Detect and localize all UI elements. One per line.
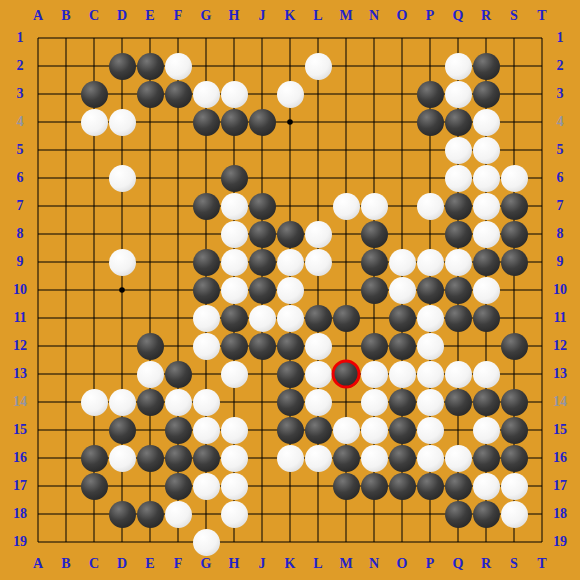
intersection-B18[interactable]	[52, 500, 80, 528]
intersection-F1[interactable]	[164, 24, 192, 52]
intersection-G9[interactable]	[192, 248, 220, 276]
intersection-R2[interactable]	[472, 52, 500, 80]
intersection-E2[interactable]	[136, 52, 164, 80]
intersection-N2[interactable]	[360, 52, 388, 80]
intersection-D5[interactable]	[108, 136, 136, 164]
intersection-K11[interactable]	[276, 304, 304, 332]
intersection-N6[interactable]	[360, 164, 388, 192]
intersection-G5[interactable]	[192, 136, 220, 164]
intersection-B6[interactable]	[52, 164, 80, 192]
intersection-E19[interactable]	[136, 528, 164, 556]
intersection-H5[interactable]	[220, 136, 248, 164]
intersection-A12[interactable]	[24, 332, 52, 360]
intersection-P9[interactable]	[416, 248, 444, 276]
intersection-M9[interactable]	[332, 248, 360, 276]
intersection-H2[interactable]	[220, 52, 248, 80]
intersection-H10[interactable]	[220, 276, 248, 304]
intersection-L8[interactable]	[304, 220, 332, 248]
intersection-H11[interactable]	[220, 304, 248, 332]
intersection-O17[interactable]	[388, 472, 416, 500]
intersection-M5[interactable]	[332, 136, 360, 164]
intersection-D2[interactable]	[108, 52, 136, 80]
intersection-A3[interactable]	[24, 80, 52, 108]
intersection-E16[interactable]	[136, 444, 164, 472]
intersection-F12[interactable]	[164, 332, 192, 360]
intersection-P4[interactable]	[416, 108, 444, 136]
intersection-G7[interactable]	[192, 192, 220, 220]
intersection-L5[interactable]	[304, 136, 332, 164]
intersection-L4[interactable]	[304, 108, 332, 136]
intersection-G17[interactable]	[192, 472, 220, 500]
intersection-J7[interactable]	[248, 192, 276, 220]
intersection-N16[interactable]	[360, 444, 388, 472]
intersection-T14[interactable]	[528, 388, 556, 416]
intersection-M3[interactable]	[332, 80, 360, 108]
intersection-K5[interactable]	[276, 136, 304, 164]
intersection-P18[interactable]	[416, 500, 444, 528]
intersection-S10[interactable]	[500, 276, 528, 304]
intersection-P16[interactable]	[416, 444, 444, 472]
intersection-O3[interactable]	[388, 80, 416, 108]
intersection-F17[interactable]	[164, 472, 192, 500]
intersection-F10[interactable]	[164, 276, 192, 304]
intersection-B10[interactable]	[52, 276, 80, 304]
intersection-R3[interactable]	[472, 80, 500, 108]
intersection-M13[interactable]	[332, 360, 360, 388]
intersection-K15[interactable]	[276, 416, 304, 444]
intersection-C18[interactable]	[80, 500, 108, 528]
intersection-B9[interactable]	[52, 248, 80, 276]
intersection-P6[interactable]	[416, 164, 444, 192]
intersection-B11[interactable]	[52, 304, 80, 332]
intersection-L1[interactable]	[304, 24, 332, 52]
intersection-J2[interactable]	[248, 52, 276, 80]
intersection-H18[interactable]	[220, 500, 248, 528]
intersection-B1[interactable]	[52, 24, 80, 52]
intersection-H14[interactable]	[220, 388, 248, 416]
intersection-N10[interactable]	[360, 276, 388, 304]
intersection-P15[interactable]	[416, 416, 444, 444]
intersection-S6[interactable]	[500, 164, 528, 192]
intersection-C3[interactable]	[80, 80, 108, 108]
intersection-T11[interactable]	[528, 304, 556, 332]
intersection-C14[interactable]	[80, 388, 108, 416]
intersection-R4[interactable]	[472, 108, 500, 136]
intersection-E7[interactable]	[136, 192, 164, 220]
intersection-S16[interactable]	[500, 444, 528, 472]
intersection-S8[interactable]	[500, 220, 528, 248]
intersection-R8[interactable]	[472, 220, 500, 248]
intersection-F6[interactable]	[164, 164, 192, 192]
intersection-S13[interactable]	[500, 360, 528, 388]
intersection-M1[interactable]	[332, 24, 360, 52]
intersection-D14[interactable]	[108, 388, 136, 416]
intersection-G19[interactable]	[192, 528, 220, 556]
intersection-F7[interactable]	[164, 192, 192, 220]
intersection-M10[interactable]	[332, 276, 360, 304]
intersection-K6[interactable]	[276, 164, 304, 192]
intersection-H19[interactable]	[220, 528, 248, 556]
intersection-D12[interactable]	[108, 332, 136, 360]
intersection-G4[interactable]	[192, 108, 220, 136]
intersection-D6[interactable]	[108, 164, 136, 192]
intersection-S5[interactable]	[500, 136, 528, 164]
intersection-M19[interactable]	[332, 528, 360, 556]
intersection-A18[interactable]	[24, 500, 52, 528]
intersection-K4[interactable]	[276, 108, 304, 136]
intersection-Q1[interactable]	[444, 24, 472, 52]
intersection-L9[interactable]	[304, 248, 332, 276]
intersection-B13[interactable]	[52, 360, 80, 388]
intersection-D7[interactable]	[108, 192, 136, 220]
intersection-J18[interactable]	[248, 500, 276, 528]
intersection-K2[interactable]	[276, 52, 304, 80]
intersection-R12[interactable]	[472, 332, 500, 360]
intersection-C4[interactable]	[80, 108, 108, 136]
intersection-A5[interactable]	[24, 136, 52, 164]
intersection-N7[interactable]	[360, 192, 388, 220]
intersection-C1[interactable]	[80, 24, 108, 52]
intersection-B2[interactable]	[52, 52, 80, 80]
intersection-P5[interactable]	[416, 136, 444, 164]
intersection-E5[interactable]	[136, 136, 164, 164]
intersection-Q5[interactable]	[444, 136, 472, 164]
intersection-P11[interactable]	[416, 304, 444, 332]
intersection-H9[interactable]	[220, 248, 248, 276]
intersection-R15[interactable]	[472, 416, 500, 444]
intersection-O15[interactable]	[388, 416, 416, 444]
intersection-C12[interactable]	[80, 332, 108, 360]
intersection-J16[interactable]	[248, 444, 276, 472]
intersection-F9[interactable]	[164, 248, 192, 276]
intersection-P3[interactable]	[416, 80, 444, 108]
intersection-R5[interactable]	[472, 136, 500, 164]
intersection-C5[interactable]	[80, 136, 108, 164]
intersection-H3[interactable]	[220, 80, 248, 108]
intersection-S17[interactable]	[500, 472, 528, 500]
intersection-G10[interactable]	[192, 276, 220, 304]
intersection-Q12[interactable]	[444, 332, 472, 360]
intersection-A7[interactable]	[24, 192, 52, 220]
intersection-R10[interactable]	[472, 276, 500, 304]
intersection-A2[interactable]	[24, 52, 52, 80]
intersection-S7[interactable]	[500, 192, 528, 220]
intersection-S15[interactable]	[500, 416, 528, 444]
intersection-S3[interactable]	[500, 80, 528, 108]
intersection-R6[interactable]	[472, 164, 500, 192]
intersection-P7[interactable]	[416, 192, 444, 220]
intersection-T18[interactable]	[528, 500, 556, 528]
intersection-T7[interactable]	[528, 192, 556, 220]
intersection-G15[interactable]	[192, 416, 220, 444]
intersection-A19[interactable]	[24, 528, 52, 556]
intersection-L6[interactable]	[304, 164, 332, 192]
intersection-M2[interactable]	[332, 52, 360, 80]
intersection-K13[interactable]	[276, 360, 304, 388]
intersection-N13[interactable]	[360, 360, 388, 388]
intersection-D19[interactable]	[108, 528, 136, 556]
intersection-G16[interactable]	[192, 444, 220, 472]
intersection-K9[interactable]	[276, 248, 304, 276]
intersection-E18[interactable]	[136, 500, 164, 528]
intersection-L7[interactable]	[304, 192, 332, 220]
intersection-F11[interactable]	[164, 304, 192, 332]
intersection-K18[interactable]	[276, 500, 304, 528]
intersection-F16[interactable]	[164, 444, 192, 472]
intersection-D1[interactable]	[108, 24, 136, 52]
intersection-O6[interactable]	[388, 164, 416, 192]
intersection-R19[interactable]	[472, 528, 500, 556]
intersection-H17[interactable]	[220, 472, 248, 500]
intersection-Q9[interactable]	[444, 248, 472, 276]
intersection-D8[interactable]	[108, 220, 136, 248]
intersection-F14[interactable]	[164, 388, 192, 416]
intersection-G1[interactable]	[192, 24, 220, 52]
intersection-D16[interactable]	[108, 444, 136, 472]
intersection-Q11[interactable]	[444, 304, 472, 332]
intersection-G6[interactable]	[192, 164, 220, 192]
intersection-J8[interactable]	[248, 220, 276, 248]
intersection-R14[interactable]	[472, 388, 500, 416]
intersection-P12[interactable]	[416, 332, 444, 360]
intersection-T17[interactable]	[528, 472, 556, 500]
intersection-A8[interactable]	[24, 220, 52, 248]
intersection-M6[interactable]	[332, 164, 360, 192]
intersection-E3[interactable]	[136, 80, 164, 108]
intersection-Q10[interactable]	[444, 276, 472, 304]
intersection-K10[interactable]	[276, 276, 304, 304]
intersection-N12[interactable]	[360, 332, 388, 360]
intersection-T13[interactable]	[528, 360, 556, 388]
intersection-O19[interactable]	[388, 528, 416, 556]
intersection-L15[interactable]	[304, 416, 332, 444]
intersection-M12[interactable]	[332, 332, 360, 360]
intersection-T6[interactable]	[528, 164, 556, 192]
intersection-Q18[interactable]	[444, 500, 472, 528]
intersection-N19[interactable]	[360, 528, 388, 556]
intersection-T2[interactable]	[528, 52, 556, 80]
intersection-E10[interactable]	[136, 276, 164, 304]
intersection-B19[interactable]	[52, 528, 80, 556]
intersection-P2[interactable]	[416, 52, 444, 80]
intersection-P13[interactable]	[416, 360, 444, 388]
intersection-O2[interactable]	[388, 52, 416, 80]
intersection-O9[interactable]	[388, 248, 416, 276]
intersection-S18[interactable]	[500, 500, 528, 528]
intersection-S2[interactable]	[500, 52, 528, 80]
intersection-K16[interactable]	[276, 444, 304, 472]
intersection-Q6[interactable]	[444, 164, 472, 192]
intersection-Q17[interactable]	[444, 472, 472, 500]
intersection-C19[interactable]	[80, 528, 108, 556]
intersection-M4[interactable]	[332, 108, 360, 136]
intersection-N14[interactable]	[360, 388, 388, 416]
intersection-E9[interactable]	[136, 248, 164, 276]
intersection-A1[interactable]	[24, 24, 52, 52]
intersection-O13[interactable]	[388, 360, 416, 388]
intersection-H13[interactable]	[220, 360, 248, 388]
intersection-P10[interactable]	[416, 276, 444, 304]
intersection-H6[interactable]	[220, 164, 248, 192]
intersection-H1[interactable]	[220, 24, 248, 52]
intersection-S4[interactable]	[500, 108, 528, 136]
intersection-O16[interactable]	[388, 444, 416, 472]
intersection-C2[interactable]	[80, 52, 108, 80]
intersection-K8[interactable]	[276, 220, 304, 248]
intersection-E6[interactable]	[136, 164, 164, 192]
intersection-T5[interactable]	[528, 136, 556, 164]
intersection-D11[interactable]	[108, 304, 136, 332]
intersection-F13[interactable]	[164, 360, 192, 388]
intersection-Q2[interactable]	[444, 52, 472, 80]
intersection-J15[interactable]	[248, 416, 276, 444]
intersection-P14[interactable]	[416, 388, 444, 416]
intersection-E11[interactable]	[136, 304, 164, 332]
intersection-Q16[interactable]	[444, 444, 472, 472]
intersection-Q19[interactable]	[444, 528, 472, 556]
intersection-M14[interactable]	[332, 388, 360, 416]
intersection-K3[interactable]	[276, 80, 304, 108]
intersection-M15[interactable]	[332, 416, 360, 444]
intersection-L2[interactable]	[304, 52, 332, 80]
intersection-B17[interactable]	[52, 472, 80, 500]
intersection-B15[interactable]	[52, 416, 80, 444]
intersection-P19[interactable]	[416, 528, 444, 556]
intersection-T12[interactable]	[528, 332, 556, 360]
intersection-G8[interactable]	[192, 220, 220, 248]
intersection-T15[interactable]	[528, 416, 556, 444]
intersection-Q14[interactable]	[444, 388, 472, 416]
intersection-L19[interactable]	[304, 528, 332, 556]
intersection-S1[interactable]	[500, 24, 528, 52]
intersection-D9[interactable]	[108, 248, 136, 276]
intersection-C11[interactable]	[80, 304, 108, 332]
intersection-Q7[interactable]	[444, 192, 472, 220]
intersection-B5[interactable]	[52, 136, 80, 164]
intersection-B3[interactable]	[52, 80, 80, 108]
intersection-J9[interactable]	[248, 248, 276, 276]
intersection-T16[interactable]	[528, 444, 556, 472]
intersection-R9[interactable]	[472, 248, 500, 276]
intersection-F2[interactable]	[164, 52, 192, 80]
intersection-Q4[interactable]	[444, 108, 472, 136]
intersection-Q13[interactable]	[444, 360, 472, 388]
intersection-Q3[interactable]	[444, 80, 472, 108]
intersection-B12[interactable]	[52, 332, 80, 360]
intersection-M16[interactable]	[332, 444, 360, 472]
intersection-N4[interactable]	[360, 108, 388, 136]
intersection-S11[interactable]	[500, 304, 528, 332]
intersection-J6[interactable]	[248, 164, 276, 192]
intersection-F18[interactable]	[164, 500, 192, 528]
intersection-J4[interactable]	[248, 108, 276, 136]
intersection-M8[interactable]	[332, 220, 360, 248]
intersection-K19[interactable]	[276, 528, 304, 556]
intersection-D3[interactable]	[108, 80, 136, 108]
intersection-D18[interactable]	[108, 500, 136, 528]
intersection-S12[interactable]	[500, 332, 528, 360]
intersection-O18[interactable]	[388, 500, 416, 528]
intersection-B4[interactable]	[52, 108, 80, 136]
intersection-D17[interactable]	[108, 472, 136, 500]
intersection-N18[interactable]	[360, 500, 388, 528]
intersection-E1[interactable]	[136, 24, 164, 52]
intersection-M7[interactable]	[332, 192, 360, 220]
intersection-C13[interactable]	[80, 360, 108, 388]
intersection-R16[interactable]	[472, 444, 500, 472]
intersection-N17[interactable]	[360, 472, 388, 500]
intersection-L16[interactable]	[304, 444, 332, 472]
intersection-R11[interactable]	[472, 304, 500, 332]
intersection-D13[interactable]	[108, 360, 136, 388]
intersection-C16[interactable]	[80, 444, 108, 472]
intersection-O4[interactable]	[388, 108, 416, 136]
intersection-C6[interactable]	[80, 164, 108, 192]
intersection-B14[interactable]	[52, 388, 80, 416]
intersection-E13[interactable]	[136, 360, 164, 388]
intersection-K12[interactable]	[276, 332, 304, 360]
intersection-C9[interactable]	[80, 248, 108, 276]
intersection-A9[interactable]	[24, 248, 52, 276]
intersection-J5[interactable]	[248, 136, 276, 164]
intersection-A4[interactable]	[24, 108, 52, 136]
intersection-A11[interactable]	[24, 304, 52, 332]
intersection-A10[interactable]	[24, 276, 52, 304]
intersection-O11[interactable]	[388, 304, 416, 332]
intersection-A6[interactable]	[24, 164, 52, 192]
intersection-S14[interactable]	[500, 388, 528, 416]
intersection-R13[interactable]	[472, 360, 500, 388]
intersection-M11[interactable]	[332, 304, 360, 332]
intersection-N11[interactable]	[360, 304, 388, 332]
intersection-B8[interactable]	[52, 220, 80, 248]
intersection-J10[interactable]	[248, 276, 276, 304]
intersection-P1[interactable]	[416, 24, 444, 52]
intersection-G12[interactable]	[192, 332, 220, 360]
intersection-H4[interactable]	[220, 108, 248, 136]
intersection-J14[interactable]	[248, 388, 276, 416]
intersection-M17[interactable]	[332, 472, 360, 500]
intersection-T4[interactable]	[528, 108, 556, 136]
intersection-R1[interactable]	[472, 24, 500, 52]
intersection-K17[interactable]	[276, 472, 304, 500]
intersection-O8[interactable]	[388, 220, 416, 248]
intersection-O5[interactable]	[388, 136, 416, 164]
intersection-G18[interactable]	[192, 500, 220, 528]
intersection-L10[interactable]	[304, 276, 332, 304]
intersection-A15[interactable]	[24, 416, 52, 444]
intersection-F3[interactable]	[164, 80, 192, 108]
intersection-E12[interactable]	[136, 332, 164, 360]
intersection-L3[interactable]	[304, 80, 332, 108]
intersection-R17[interactable]	[472, 472, 500, 500]
intersection-O1[interactable]	[388, 24, 416, 52]
intersection-L14[interactable]	[304, 388, 332, 416]
intersection-P17[interactable]	[416, 472, 444, 500]
intersection-T3[interactable]	[528, 80, 556, 108]
intersection-E8[interactable]	[136, 220, 164, 248]
intersection-M18[interactable]	[332, 500, 360, 528]
intersection-L17[interactable]	[304, 472, 332, 500]
intersection-C10[interactable]	[80, 276, 108, 304]
intersection-R7[interactable]	[472, 192, 500, 220]
intersection-N3[interactable]	[360, 80, 388, 108]
intersection-E4[interactable]	[136, 108, 164, 136]
intersection-L18[interactable]	[304, 500, 332, 528]
intersection-N8[interactable]	[360, 220, 388, 248]
intersection-J11[interactable]	[248, 304, 276, 332]
intersection-G14[interactable]	[192, 388, 220, 416]
